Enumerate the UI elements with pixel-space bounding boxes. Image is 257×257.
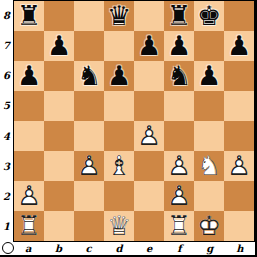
square-d1[interactable]: ♛♕ <box>104 211 134 241</box>
rank-label-5: 5 <box>0 91 13 121</box>
square-g1[interactable]: ♚♔ <box>194 211 224 241</box>
square-g4[interactable] <box>194 121 224 151</box>
file-label-c: c <box>74 242 104 255</box>
square-a8[interactable]: ♜ <box>14 1 44 31</box>
square-c3[interactable]: ♟♙ <box>74 151 104 181</box>
rank-label-8: 8 <box>0 0 13 30</box>
square-h1[interactable] <box>224 211 254 241</box>
square-d7[interactable] <box>104 31 134 61</box>
piece-black-knight: ♞ <box>164 61 194 91</box>
chess-board: ♜♛♜♚♟♟♟♟♟♞♟♞♟♟♙♟♙♝♗♟♙♞♘♟♙♟♙♟♙♜♖♛♕♜♖♚♔ <box>13 0 255 242</box>
piece-white-bishop: ♝♗ <box>104 151 134 181</box>
rank-label-2: 2 <box>0 182 13 212</box>
piece-white-pawn: ♟♙ <box>14 181 44 211</box>
square-f4[interactable] <box>164 121 194 151</box>
piece-glyph: ♞ <box>74 61 104 91</box>
square-f8[interactable]: ♜ <box>164 1 194 31</box>
square-a1[interactable]: ♜♖ <box>14 211 44 241</box>
piece-glyph-outline: ♙ <box>164 151 194 181</box>
square-g7[interactable] <box>194 31 224 61</box>
piece-glyph-outline: ♙ <box>134 121 164 151</box>
square-f2[interactable]: ♟♙ <box>164 181 194 211</box>
square-h5[interactable] <box>224 91 254 121</box>
piece-white-queen: ♛♕ <box>104 211 134 241</box>
square-c7[interactable] <box>74 31 104 61</box>
piece-glyph: ♟ <box>14 61 44 91</box>
square-d8[interactable]: ♛ <box>104 1 134 31</box>
square-b6[interactable] <box>44 61 74 91</box>
square-g3[interactable]: ♞♘ <box>194 151 224 181</box>
square-e8[interactable] <box>134 1 164 31</box>
square-h4[interactable] <box>224 121 254 151</box>
square-b2[interactable] <box>44 181 74 211</box>
square-a3[interactable] <box>14 151 44 181</box>
square-d2[interactable] <box>104 181 134 211</box>
square-a2[interactable]: ♟♙ <box>14 181 44 211</box>
piece-glyph: ♟ <box>224 31 254 61</box>
square-c5[interactable] <box>74 91 104 121</box>
piece-black-pawn: ♟ <box>14 61 44 91</box>
square-a6[interactable]: ♟ <box>14 61 44 91</box>
square-d4[interactable] <box>104 121 134 151</box>
square-g2[interactable] <box>194 181 224 211</box>
square-f3[interactable]: ♟♙ <box>164 151 194 181</box>
file-labels: abcdefgh <box>13 242 255 255</box>
piece-glyph: ♟ <box>104 61 134 91</box>
piece-glyph: ♟ <box>44 31 74 61</box>
piece-glyph: ♚ <box>194 1 224 31</box>
rank-label-3: 3 <box>0 151 13 181</box>
piece-glyph-outline: ♕ <box>104 211 134 241</box>
piece-black-pawn: ♟ <box>104 61 134 91</box>
piece-glyph-outline: ♖ <box>14 211 44 241</box>
square-c6[interactable]: ♞ <box>74 61 104 91</box>
file-label-d: d <box>104 242 134 255</box>
file-label-g: g <box>195 242 225 255</box>
piece-white-knight: ♞♘ <box>194 151 224 181</box>
rank-labels: 87654321 <box>0 0 13 242</box>
piece-black-queen: ♛ <box>104 1 134 31</box>
square-c2[interactable] <box>74 181 104 211</box>
square-g5[interactable] <box>194 91 224 121</box>
square-e2[interactable] <box>134 181 164 211</box>
piece-glyph-outline: ♙ <box>74 151 104 181</box>
square-h3[interactable]: ♟♙ <box>224 151 254 181</box>
rank-label-6: 6 <box>0 61 13 91</box>
square-a4[interactable] <box>14 121 44 151</box>
square-a5[interactable] <box>14 91 44 121</box>
square-e6[interactable] <box>134 61 164 91</box>
square-a7[interactable] <box>14 31 44 61</box>
piece-white-pawn: ♟♙ <box>134 121 164 151</box>
square-b4[interactable] <box>44 121 74 151</box>
file-label-f: f <box>164 242 194 255</box>
square-b5[interactable] <box>44 91 74 121</box>
square-h7[interactable]: ♟ <box>224 31 254 61</box>
piece-glyph-outline: ♖ <box>164 211 194 241</box>
piece-white-king: ♚♔ <box>194 211 224 241</box>
piece-black-king: ♚ <box>194 1 224 31</box>
piece-white-rook: ♜♖ <box>14 211 44 241</box>
square-h6[interactable] <box>224 61 254 91</box>
piece-white-pawn: ♟♙ <box>224 151 254 181</box>
piece-glyph: ♟ <box>134 31 164 61</box>
file-label-h: h <box>225 242 255 255</box>
chess-diagram: 87654321 ♜♛♜♚♟♟♟♟♟♞♟♞♟♟♙♟♙♝♗♟♙♞♘♟♙♟♙♟♙♜♖… <box>0 0 257 257</box>
piece-white-pawn: ♟♙ <box>164 181 194 211</box>
file-label-e: e <box>134 242 164 255</box>
file-label-b: b <box>43 242 73 255</box>
rank-label-7: 7 <box>0 30 13 60</box>
square-b8[interactable] <box>44 1 74 31</box>
piece-black-pawn: ♟ <box>194 61 224 91</box>
piece-white-pawn: ♟♙ <box>74 151 104 181</box>
piece-black-pawn: ♟ <box>134 31 164 61</box>
piece-glyph: ♜ <box>164 1 194 31</box>
square-h8[interactable] <box>224 1 254 31</box>
square-e1[interactable] <box>134 211 164 241</box>
piece-glyph: ♟ <box>194 61 224 91</box>
square-f7[interactable]: ♟ <box>164 31 194 61</box>
piece-black-pawn: ♟ <box>44 31 74 61</box>
piece-glyph-outline: ♔ <box>194 211 224 241</box>
square-d5[interactable] <box>104 91 134 121</box>
piece-glyph: ♜ <box>14 1 44 31</box>
piece-glyph-outline: ♙ <box>14 181 44 211</box>
square-g8[interactable]: ♚ <box>194 1 224 31</box>
square-e4[interactable]: ♟♙ <box>134 121 164 151</box>
piece-glyph-outline: ♘ <box>194 151 224 181</box>
square-f6[interactable]: ♞ <box>164 61 194 91</box>
piece-glyph-outline: ♗ <box>104 151 134 181</box>
square-d3[interactable]: ♝♗ <box>104 151 134 181</box>
piece-glyph-outline: ♙ <box>164 181 194 211</box>
rank-label-1: 1 <box>0 212 13 242</box>
square-f5[interactable] <box>164 91 194 121</box>
piece-glyph: ♛ <box>104 1 134 31</box>
piece-glyph: ♞ <box>164 61 194 91</box>
piece-black-rook: ♜ <box>14 1 44 31</box>
piece-glyph: ♟ <box>164 31 194 61</box>
square-e5[interactable] <box>134 91 164 121</box>
piece-black-rook: ♜ <box>164 1 194 31</box>
piece-black-knight: ♞ <box>74 61 104 91</box>
square-e7[interactable]: ♟ <box>134 31 164 61</box>
square-g6[interactable]: ♟ <box>194 61 224 91</box>
piece-white-pawn: ♟♙ <box>164 151 194 181</box>
square-b3[interactable] <box>44 151 74 181</box>
square-c4[interactable] <box>74 121 104 151</box>
square-b7[interactable]: ♟ <box>44 31 74 61</box>
piece-black-pawn: ♟ <box>224 31 254 61</box>
square-e3[interactable] <box>134 151 164 181</box>
piece-white-rook: ♜♖ <box>164 211 194 241</box>
square-c8[interactable] <box>74 1 104 31</box>
square-d6[interactable]: ♟ <box>104 61 134 91</box>
file-label-a: a <box>13 242 43 255</box>
piece-glyph-outline: ♙ <box>224 151 254 181</box>
square-b1[interactable] <box>44 211 74 241</box>
rank-label-4: 4 <box>0 121 13 151</box>
piece-black-pawn: ♟ <box>164 31 194 61</box>
square-f1[interactable]: ♜♖ <box>164 211 194 241</box>
white-to-move-indicator <box>2 242 14 254</box>
square-c1[interactable] <box>74 211 104 241</box>
square-h2[interactable] <box>224 181 254 211</box>
